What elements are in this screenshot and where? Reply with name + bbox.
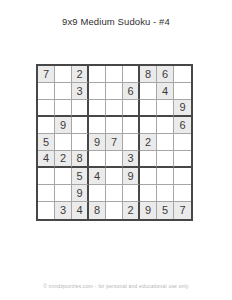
cell-r8c4[interactable] bbox=[89, 185, 106, 202]
page-title: 9x9 Medium Sudoku - #4 bbox=[0, 16, 232, 27]
cell-r4c4[interactable] bbox=[89, 117, 106, 134]
cell-r4c2: 9 bbox=[55, 117, 72, 134]
cell-r1c2[interactable] bbox=[55, 66, 72, 83]
cell-r6c5[interactable] bbox=[106, 151, 123, 168]
cell-r3c9: 9 bbox=[174, 100, 191, 117]
cell-r4c1[interactable] bbox=[38, 117, 55, 134]
cell-r5c9[interactable] bbox=[174, 134, 191, 151]
cell-r9c1[interactable] bbox=[38, 202, 55, 219]
cell-r6c9[interactable] bbox=[174, 151, 191, 168]
cell-r2c3: 3 bbox=[72, 83, 89, 100]
cell-r1c8: 6 bbox=[157, 66, 174, 83]
cell-r9c7: 9 bbox=[140, 202, 157, 219]
cell-r2c6: 6 bbox=[123, 83, 140, 100]
cell-r7c6: 9 bbox=[123, 168, 140, 185]
cell-r3c6[interactable] bbox=[123, 100, 140, 117]
cell-r7c4: 4 bbox=[89, 168, 106, 185]
cell-r1c9[interactable] bbox=[174, 66, 191, 83]
cell-r5c1: 5 bbox=[38, 134, 55, 151]
cell-r5c3[interactable] bbox=[72, 134, 89, 151]
cell-r2c9[interactable] bbox=[174, 83, 191, 100]
cell-r5c5: 7 bbox=[106, 134, 123, 151]
cell-r7c3: 5 bbox=[72, 168, 89, 185]
cell-r1c3: 2 bbox=[72, 66, 89, 83]
cell-r7c5[interactable] bbox=[106, 168, 123, 185]
cell-r5c6[interactable] bbox=[123, 134, 140, 151]
sudoku-page: 9x9 Medium Sudoku - #4 72863649965972428… bbox=[0, 0, 232, 300]
cell-r8c9[interactable] bbox=[174, 185, 191, 202]
cell-r3c8[interactable] bbox=[157, 100, 174, 117]
cell-r6c8[interactable] bbox=[157, 151, 174, 168]
cell-r5c4: 9 bbox=[89, 134, 106, 151]
cell-r8c6[interactable] bbox=[123, 185, 140, 202]
cell-r4c3[interactable] bbox=[72, 117, 89, 134]
cell-r9c6: 2 bbox=[123, 202, 140, 219]
cell-r6c3: 8 bbox=[72, 151, 89, 168]
cell-r6c6: 3 bbox=[123, 151, 140, 168]
cell-r1c4[interactable] bbox=[89, 66, 106, 83]
cell-r3c3[interactable] bbox=[72, 100, 89, 117]
cell-r4c6[interactable] bbox=[123, 117, 140, 134]
cell-r2c2[interactable] bbox=[55, 83, 72, 100]
cell-r8c3: 9 bbox=[72, 185, 89, 202]
cell-r4c9: 6 bbox=[174, 117, 191, 134]
cell-r3c4[interactable] bbox=[89, 100, 106, 117]
cell-r6c2: 2 bbox=[55, 151, 72, 168]
cell-r8c7[interactable] bbox=[140, 185, 157, 202]
cell-r8c2[interactable] bbox=[55, 185, 72, 202]
cell-r7c1[interactable] bbox=[38, 168, 55, 185]
cell-r2c8: 4 bbox=[157, 83, 174, 100]
cell-r6c7[interactable] bbox=[140, 151, 157, 168]
cell-r5c8[interactable] bbox=[157, 134, 174, 151]
cell-r1c7: 8 bbox=[140, 66, 157, 83]
cell-r5c7: 2 bbox=[140, 134, 157, 151]
cell-r7c9[interactable] bbox=[174, 168, 191, 185]
cell-r2c4[interactable] bbox=[89, 83, 106, 100]
cell-r6c4[interactable] bbox=[89, 151, 106, 168]
cell-r3c1[interactable] bbox=[38, 100, 55, 117]
cell-r7c2[interactable] bbox=[55, 168, 72, 185]
cell-r6c1: 4 bbox=[38, 151, 55, 168]
cell-r4c5[interactable] bbox=[106, 117, 123, 134]
cell-r7c7[interactable] bbox=[140, 168, 157, 185]
cell-r2c7[interactable] bbox=[140, 83, 157, 100]
cell-r4c8[interactable] bbox=[157, 117, 174, 134]
cell-r9c3: 4 bbox=[72, 202, 89, 219]
cell-r1c6[interactable] bbox=[123, 66, 140, 83]
cell-r8c1[interactable] bbox=[38, 185, 55, 202]
sudoku-board: 72863649965972428354993482957 bbox=[36, 64, 193, 221]
copyright-footer: © mindzpuzzles.com - for personal and ed… bbox=[0, 283, 232, 289]
cell-r9c8: 5 bbox=[157, 202, 174, 219]
cell-r4c7[interactable] bbox=[140, 117, 157, 134]
cell-r2c5[interactable] bbox=[106, 83, 123, 100]
cell-r9c5[interactable] bbox=[106, 202, 123, 219]
cell-r3c7[interactable] bbox=[140, 100, 157, 117]
cell-r3c2[interactable] bbox=[55, 100, 72, 117]
cell-r3c5[interactable] bbox=[106, 100, 123, 117]
cell-r1c1: 7 bbox=[38, 66, 55, 83]
cell-r9c2: 3 bbox=[55, 202, 72, 219]
cell-r7c8[interactable] bbox=[157, 168, 174, 185]
cell-r9c4: 8 bbox=[89, 202, 106, 219]
cell-r8c8[interactable] bbox=[157, 185, 174, 202]
cell-r1c5[interactable] bbox=[106, 66, 123, 83]
cell-r2c1[interactable] bbox=[38, 83, 55, 100]
cell-r9c9: 7 bbox=[174, 202, 191, 219]
cell-r8c5[interactable] bbox=[106, 185, 123, 202]
cell-r5c2[interactable] bbox=[55, 134, 72, 151]
